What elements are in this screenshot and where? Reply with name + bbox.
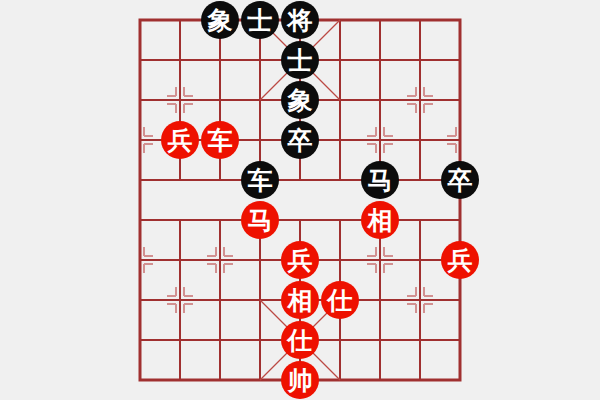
piece-black-elephant[interactable]: 象 [281, 81, 319, 119]
piece-red-advisor[interactable]: 仕 [321, 281, 359, 319]
piece-red-chariot[interactable]: 车 [201, 121, 239, 159]
piece-black-advisor[interactable]: 士 [281, 41, 319, 79]
piece-red-advisor[interactable]: 仕 [281, 321, 319, 359]
piece-red-pawn[interactable]: 兵 [441, 241, 479, 279]
piece-red-pawn[interactable]: 兵 [161, 121, 199, 159]
piece-red-elephant[interactable]: 相 [361, 201, 399, 239]
piece-black-elephant[interactable]: 象 [201, 1, 239, 39]
piece-black-chariot[interactable]: 车 [241, 161, 279, 199]
piece-red-general[interactable]: 帅 [281, 361, 319, 399]
piece-black-advisor[interactable]: 士 [241, 1, 279, 39]
piece-black-horse[interactable]: 马 [361, 161, 399, 199]
piece-red-pawn[interactable]: 兵 [281, 241, 319, 279]
piece-black-pawn[interactable]: 卒 [281, 121, 319, 159]
piece-red-elephant[interactable]: 相 [281, 281, 319, 319]
piece-black-general[interactable]: 将 [281, 1, 319, 39]
piece-red-horse[interactable]: 马 [241, 201, 279, 239]
xiangqi-board: 象士将士象兵车卒车马卒马相兵兵相仕仕帅 [0, 0, 600, 400]
piece-black-pawn[interactable]: 卒 [441, 161, 479, 199]
board-grid[interactable]: 象士将士象兵车卒车马卒马相兵兵相仕仕帅 [120, 0, 480, 400]
